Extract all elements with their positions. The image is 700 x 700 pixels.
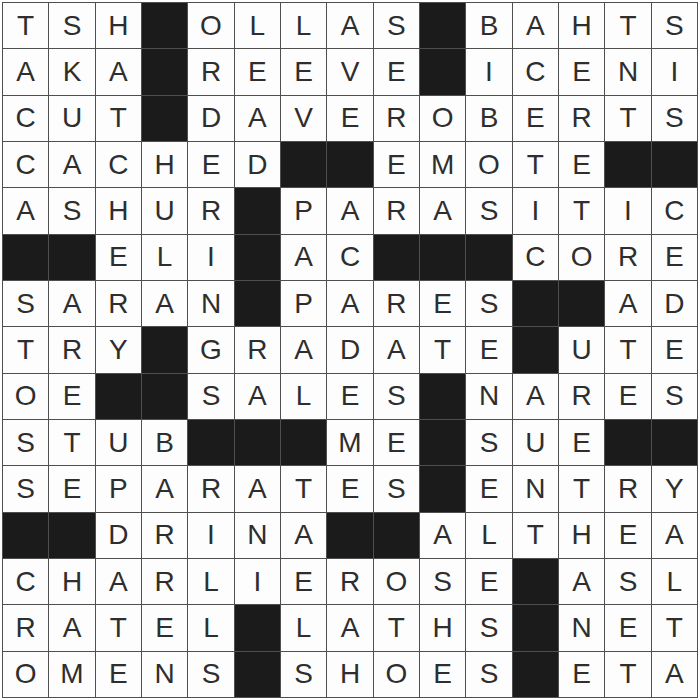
- cell-letter: N: [525, 475, 545, 503]
- letter-cell[interactable]: E: [559, 142, 604, 187]
- letter-cell[interactable]: E: [96, 652, 141, 697]
- letter-cell[interactable]: S: [420, 559, 465, 604]
- letter-cell[interactable]: S: [652, 374, 697, 419]
- block-cell: [3, 235, 48, 280]
- letter-cell[interactable]: L: [188, 605, 233, 650]
- letter-cell[interactable]: Y: [652, 466, 697, 511]
- cell-letter: A: [155, 475, 174, 503]
- cell-letter: S: [16, 429, 35, 457]
- cell-letter: T: [619, 660, 636, 688]
- cell-letter: R: [618, 243, 638, 271]
- cell-letter: T: [527, 151, 544, 179]
- cell-letter: I: [485, 58, 493, 86]
- letter-cell[interactable]: N: [559, 605, 604, 650]
- letter-cell[interactable]: R: [374, 281, 419, 326]
- block-cell: [235, 605, 280, 650]
- cell-letter: E: [433, 290, 452, 318]
- block-cell: [281, 420, 326, 465]
- letter-cell[interactable]: P: [96, 466, 141, 511]
- letter-cell[interactable]: T: [96, 605, 141, 650]
- letter-cell[interactable]: E: [374, 142, 419, 187]
- block-cell: [235, 652, 280, 697]
- letter-cell[interactable]: M: [327, 420, 372, 465]
- letter-cell[interactable]: A: [559, 559, 604, 604]
- block-cell: [281, 142, 326, 187]
- letter-cell[interactable]: T: [374, 605, 419, 650]
- cell-letter: R: [386, 290, 406, 318]
- letter-cell[interactable]: H: [96, 3, 141, 48]
- letter-cell[interactable]: S: [3, 420, 48, 465]
- letter-cell[interactable]: H: [96, 188, 141, 233]
- cell-letter: U: [572, 336, 592, 364]
- letter-cell[interactable]: E: [559, 49, 604, 94]
- letter-cell[interactable]: I: [235, 559, 280, 604]
- letter-cell[interactable]: D: [235, 142, 280, 187]
- letter-cell[interactable]: H: [327, 652, 372, 697]
- block-cell: [235, 420, 280, 465]
- letter-cell[interactable]: E: [652, 235, 697, 280]
- letter-cell[interactable]: C: [96, 142, 141, 187]
- letter-cell[interactable]: L: [281, 374, 326, 419]
- cell-letter: T: [110, 104, 127, 132]
- letter-cell[interactable]: A: [420, 188, 465, 233]
- cell-letter: E: [572, 660, 591, 688]
- letter-cell[interactable]: E: [559, 420, 604, 465]
- cell-letter: R: [201, 475, 221, 503]
- cell-letter: E: [202, 151, 221, 179]
- letter-cell[interactable]: U: [513, 420, 558, 465]
- letter-cell[interactable]: L: [466, 513, 511, 558]
- block-cell: [420, 3, 465, 48]
- letter-cell[interactable]: A: [49, 281, 94, 326]
- cell-letter: C: [16, 104, 36, 132]
- letter-cell[interactable]: C: [3, 96, 48, 141]
- letter-cell[interactable]: E: [559, 652, 604, 697]
- letter-cell[interactable]: A: [281, 235, 326, 280]
- block-cell: [652, 142, 697, 187]
- cell-letter: I: [207, 243, 215, 271]
- letter-cell[interactable]: T: [513, 513, 558, 558]
- letter-cell[interactable]: S: [652, 3, 697, 48]
- cell-letter: L: [296, 12, 312, 40]
- letter-cell[interactable]: L: [188, 559, 233, 604]
- letter-cell[interactable]: S: [3, 281, 48, 326]
- letter-cell[interactable]: E: [235, 49, 280, 94]
- letter-cell[interactable]: S: [466, 281, 511, 326]
- letter-cell[interactable]: V: [327, 49, 372, 94]
- letter-cell[interactable]: B: [142, 420, 187, 465]
- cell-letter: R: [62, 336, 82, 364]
- letter-cell[interactable]: U: [96, 420, 141, 465]
- letter-cell[interactable]: E: [374, 49, 419, 94]
- letter-cell[interactable]: N: [142, 652, 187, 697]
- letter-cell[interactable]: L: [281, 3, 326, 48]
- letter-cell[interactable]: U: [49, 96, 94, 141]
- cell-letter: E: [572, 58, 591, 86]
- letter-cell[interactable]: S: [605, 559, 650, 604]
- letter-cell[interactable]: R: [3, 605, 48, 650]
- letter-cell[interactable]: A: [327, 281, 372, 326]
- letter-cell[interactable]: E: [188, 142, 233, 187]
- letter-cell[interactable]: A: [652, 513, 697, 558]
- letter-cell[interactable]: T: [652, 605, 697, 650]
- cell-letter: A: [341, 12, 360, 40]
- letter-cell[interactable]: I: [466, 49, 511, 94]
- cell-letter: L: [667, 568, 683, 596]
- block-cell: [374, 235, 419, 280]
- letter-cell[interactable]: M: [49, 652, 94, 697]
- letter-cell[interactable]: S: [466, 420, 511, 465]
- block-cell: [513, 605, 558, 650]
- letter-cell[interactable]: A: [3, 188, 48, 233]
- cell-letter: A: [341, 614, 360, 642]
- cell-letter: E: [480, 336, 499, 364]
- cell-letter: E: [572, 151, 591, 179]
- block-cell: [96, 374, 141, 419]
- cell-letter: I: [624, 197, 632, 225]
- cell-letter: A: [572, 568, 591, 596]
- letter-cell[interactable]: R: [96, 281, 141, 326]
- cell-letter: L: [250, 12, 266, 40]
- cell-letter: O: [15, 382, 37, 410]
- cell-letter: E: [63, 475, 82, 503]
- cell-letter: A: [109, 58, 128, 86]
- letter-cell[interactable]: D: [327, 327, 372, 372]
- letter-cell[interactable]: T: [513, 142, 558, 187]
- cell-letter: I: [207, 521, 215, 549]
- letter-cell[interactable]: G: [188, 327, 233, 372]
- letter-cell[interactable]: T: [605, 327, 650, 372]
- letter-cell[interactable]: D: [96, 513, 141, 558]
- cell-letter: B: [155, 429, 174, 457]
- letter-cell[interactable]: O: [559, 235, 604, 280]
- letter-cell[interactable]: E: [49, 374, 94, 419]
- letter-cell[interactable]: A: [420, 513, 465, 558]
- cell-letter: R: [155, 521, 175, 549]
- letter-cell[interactable]: A: [142, 281, 187, 326]
- block-cell: [327, 513, 372, 558]
- letter-cell[interactable]: R: [142, 559, 187, 604]
- letter-cell[interactable]: H: [559, 513, 604, 558]
- cell-letter: A: [526, 12, 545, 40]
- block-cell: [420, 466, 465, 511]
- letter-cell[interactable]: E: [513, 96, 558, 141]
- letter-cell[interactable]: I: [188, 513, 233, 558]
- letter-cell[interactable]: C: [3, 142, 48, 187]
- cell-letter: H: [572, 521, 592, 549]
- cell-letter: T: [619, 12, 636, 40]
- letter-cell[interactable]: A: [327, 188, 372, 233]
- cell-letter: H: [108, 197, 128, 225]
- letter-cell[interactable]: A: [327, 3, 372, 48]
- cell-letter: D: [664, 290, 684, 318]
- letter-cell[interactable]: H: [49, 559, 94, 604]
- cell-letter: E: [619, 382, 638, 410]
- block-cell: [142, 49, 187, 94]
- letter-cell[interactable]: N: [188, 281, 233, 326]
- cell-letter: H: [340, 660, 360, 688]
- letter-cell[interactable]: I: [188, 235, 233, 280]
- cell-letter: S: [16, 290, 35, 318]
- block-cell: [235, 188, 280, 233]
- letter-cell[interactable]: E: [327, 466, 372, 511]
- letter-cell[interactable]: H: [559, 3, 604, 48]
- letter-cell[interactable]: R: [559, 96, 604, 141]
- cell-letter: M: [338, 429, 361, 457]
- letter-cell[interactable]: T: [96, 96, 141, 141]
- letter-cell[interactable]: A: [49, 142, 94, 187]
- cell-letter: E: [341, 382, 360, 410]
- letter-cell[interactable]: E: [466, 327, 511, 372]
- letter-cell[interactable]: E: [605, 605, 650, 650]
- cell-letter: R: [386, 104, 406, 132]
- letter-cell[interactable]: T: [559, 188, 604, 233]
- letter-cell[interactable]: B: [466, 3, 511, 48]
- letter-cell[interactable]: O: [3, 374, 48, 419]
- cell-letter: A: [433, 521, 452, 549]
- letter-cell[interactable]: O: [374, 652, 419, 697]
- letter-cell[interactable]: C: [513, 235, 558, 280]
- letter-cell[interactable]: E: [466, 559, 511, 604]
- cell-letter: C: [108, 151, 128, 179]
- letter-cell[interactable]: L: [142, 235, 187, 280]
- letter-cell[interactable]: T: [3, 3, 48, 48]
- letter-cell[interactable]: R: [605, 466, 650, 511]
- letter-cell[interactable]: A: [281, 327, 326, 372]
- letter-cell[interactable]: A: [513, 374, 558, 419]
- letter-cell[interactable]: S: [188, 652, 233, 697]
- letter-cell[interactable]: E: [327, 374, 372, 419]
- letter-cell[interactable]: A: [327, 605, 372, 650]
- cell-letter: H: [572, 12, 592, 40]
- letter-cell[interactable]: A: [96, 559, 141, 604]
- block-cell: [142, 327, 187, 372]
- letter-cell[interactable]: R: [49, 327, 94, 372]
- cell-letter: U: [525, 429, 545, 457]
- letter-cell[interactable]: E: [466, 466, 511, 511]
- cell-letter: N: [618, 58, 638, 86]
- letter-cell[interactable]: S: [3, 466, 48, 511]
- letter-cell[interactable]: N: [466, 374, 511, 419]
- letter-cell[interactable]: T: [3, 327, 48, 372]
- cell-letter: T: [573, 475, 590, 503]
- cell-letter: A: [16, 58, 35, 86]
- letter-cell[interactable]: S: [374, 374, 419, 419]
- cell-letter: O: [15, 660, 37, 688]
- letter-cell[interactable]: E: [327, 96, 372, 141]
- letter-cell[interactable]: A: [142, 466, 187, 511]
- letter-cell[interactable]: S: [49, 188, 94, 233]
- letter-cell[interactable]: R: [327, 559, 372, 604]
- cell-letter: T: [110, 614, 127, 642]
- cell-letter: O: [571, 243, 593, 271]
- letter-cell[interactable]: E: [281, 49, 326, 94]
- letter-cell[interactable]: R: [374, 96, 419, 141]
- letter-cell[interactable]: T: [49, 420, 94, 465]
- letter-cell[interactable]: E: [605, 374, 650, 419]
- letter-cell[interactable]: S: [652, 96, 697, 141]
- letter-cell[interactable]: E: [142, 605, 187, 650]
- cell-letter: R: [386, 197, 406, 225]
- letter-cell[interactable]: O: [466, 142, 511, 187]
- cell-letter: E: [387, 151, 406, 179]
- letter-cell[interactable]: L: [652, 559, 697, 604]
- block-cell: [559, 281, 604, 326]
- letter-cell[interactable]: S: [374, 466, 419, 511]
- letter-cell[interactable]: A: [235, 96, 280, 141]
- cell-letter: N: [479, 382, 499, 410]
- letter-cell[interactable]: E: [374, 420, 419, 465]
- letter-cell[interactable]: L: [235, 3, 280, 48]
- cell-letter: E: [248, 58, 267, 86]
- block-cell: [513, 281, 558, 326]
- letter-cell[interactable]: R: [605, 235, 650, 280]
- cell-letter: T: [573, 197, 590, 225]
- letter-cell[interactable]: O: [374, 559, 419, 604]
- letter-cell[interactable]: E: [96, 235, 141, 280]
- letter-cell[interactable]: A: [96, 49, 141, 94]
- block-cell: [235, 235, 280, 280]
- cell-letter: M: [431, 151, 454, 179]
- cell-letter: H: [108, 12, 128, 40]
- letter-cell[interactable]: E: [420, 652, 465, 697]
- cell-letter: O: [200, 12, 222, 40]
- letter-cell[interactable]: I: [605, 188, 650, 233]
- letter-cell[interactable]: T: [605, 3, 650, 48]
- letter-cell[interactable]: S: [188, 374, 233, 419]
- letter-cell[interactable]: E: [652, 327, 697, 372]
- letter-cell[interactable]: R: [188, 188, 233, 233]
- letter-cell[interactable]: K: [49, 49, 94, 94]
- letter-cell[interactable]: T: [420, 327, 465, 372]
- letter-cell[interactable]: E: [49, 466, 94, 511]
- cell-letter: S: [202, 382, 221, 410]
- block-cell: [142, 96, 187, 141]
- letter-cell[interactable]: V: [281, 96, 326, 141]
- letter-cell[interactable]: S: [466, 188, 511, 233]
- cell-letter: B: [480, 104, 499, 132]
- letter-cell[interactable]: O: [3, 652, 48, 697]
- letter-cell[interactable]: U: [142, 188, 187, 233]
- letter-cell[interactable]: A: [605, 281, 650, 326]
- cell-letter: R: [340, 568, 360, 596]
- letter-cell[interactable]: E: [605, 513, 650, 558]
- cell-letter: R: [572, 382, 592, 410]
- letter-cell[interactable]: B: [466, 96, 511, 141]
- cell-letter: A: [619, 290, 638, 318]
- letter-cell[interactable]: T: [281, 466, 326, 511]
- letter-cell[interactable]: Y: [96, 327, 141, 372]
- letter-cell[interactable]: R: [374, 188, 419, 233]
- cell-letter: U: [155, 197, 175, 225]
- cell-letter: A: [109, 568, 128, 596]
- crossword-grid: TSHOLLASBAHTSAKAREEVEICENICUTDAVEROBERTS…: [2, 2, 698, 698]
- letter-cell[interactable]: T: [559, 466, 604, 511]
- letter-cell[interactable]: P: [281, 281, 326, 326]
- cell-letter: A: [248, 382, 267, 410]
- letter-cell[interactable]: P: [281, 188, 326, 233]
- cell-letter: A: [63, 614, 82, 642]
- letter-cell[interactable]: H: [142, 142, 187, 187]
- letter-cell[interactable]: C: [513, 49, 558, 94]
- letter-cell[interactable]: S: [466, 605, 511, 650]
- cell-letter: Y: [665, 475, 684, 503]
- letter-cell[interactable]: A: [281, 513, 326, 558]
- block-cell: [3, 513, 48, 558]
- letter-cell[interactable]: T: [605, 652, 650, 697]
- letter-cell[interactable]: N: [605, 49, 650, 94]
- cell-letter: S: [619, 568, 638, 596]
- cell-letter: R: [618, 475, 638, 503]
- letter-cell[interactable]: R: [559, 374, 604, 419]
- cell-letter: H: [155, 151, 175, 179]
- letter-cell[interactable]: S: [281, 652, 326, 697]
- letter-cell[interactable]: R: [142, 513, 187, 558]
- cell-letter: U: [62, 104, 82, 132]
- letter-cell[interactable]: E: [281, 559, 326, 604]
- letter-cell[interactable]: N: [235, 513, 280, 558]
- letter-cell[interactable]: A: [3, 49, 48, 94]
- cell-letter: C: [340, 243, 360, 271]
- letter-cell[interactable]: C: [327, 235, 372, 280]
- cell-letter: E: [572, 429, 591, 457]
- letter-cell[interactable]: A: [235, 466, 280, 511]
- cell-letter: E: [341, 104, 360, 132]
- letter-cell[interactable]: E: [420, 281, 465, 326]
- letter-cell[interactable]: S: [466, 652, 511, 697]
- letter-cell[interactable]: N: [513, 466, 558, 511]
- cell-letter: D: [247, 151, 267, 179]
- letter-cell[interactable]: I: [513, 188, 558, 233]
- letter-cell[interactable]: R: [235, 327, 280, 372]
- letter-cell[interactable]: L: [281, 605, 326, 650]
- letter-cell[interactable]: A: [513, 3, 558, 48]
- letter-cell[interactable]: O: [188, 3, 233, 48]
- cell-letter: L: [157, 243, 173, 271]
- letter-cell[interactable]: S: [374, 3, 419, 48]
- letter-cell[interactable]: A: [49, 605, 94, 650]
- cell-letter: S: [480, 429, 499, 457]
- letter-cell[interactable]: U: [559, 327, 604, 372]
- cell-letter: T: [295, 475, 312, 503]
- cell-letter: S: [665, 104, 684, 132]
- letter-cell[interactable]: H: [420, 605, 465, 650]
- cell-letter: A: [16, 197, 35, 225]
- letter-cell[interactable]: R: [188, 49, 233, 94]
- letter-cell[interactable]: S: [49, 3, 94, 48]
- letter-cell[interactable]: T: [605, 96, 650, 141]
- letter-cell[interactable]: A: [652, 652, 697, 697]
- cell-letter: P: [109, 475, 128, 503]
- letter-cell[interactable]: A: [235, 374, 280, 419]
- cell-letter: L: [296, 614, 312, 642]
- cell-letter: A: [341, 290, 360, 318]
- cell-letter: T: [434, 336, 451, 364]
- letter-cell[interactable]: C: [652, 188, 697, 233]
- letter-cell[interactable]: D: [188, 96, 233, 141]
- cell-letter: N: [201, 290, 221, 318]
- cell-letter: I: [253, 568, 261, 596]
- cell-letter: E: [619, 614, 638, 642]
- letter-cell[interactable]: I: [652, 49, 697, 94]
- letter-cell[interactable]: R: [188, 466, 233, 511]
- letter-cell[interactable]: C: [3, 559, 48, 604]
- letter-cell[interactable]: D: [652, 281, 697, 326]
- crossword-board: TSHOLLASBAHTSAKAREEVEICENICUTDAVEROBERTS…: [0, 0, 700, 700]
- letter-cell[interactable]: A: [374, 327, 419, 372]
- letter-cell[interactable]: M: [420, 142, 465, 187]
- letter-cell[interactable]: O: [420, 96, 465, 141]
